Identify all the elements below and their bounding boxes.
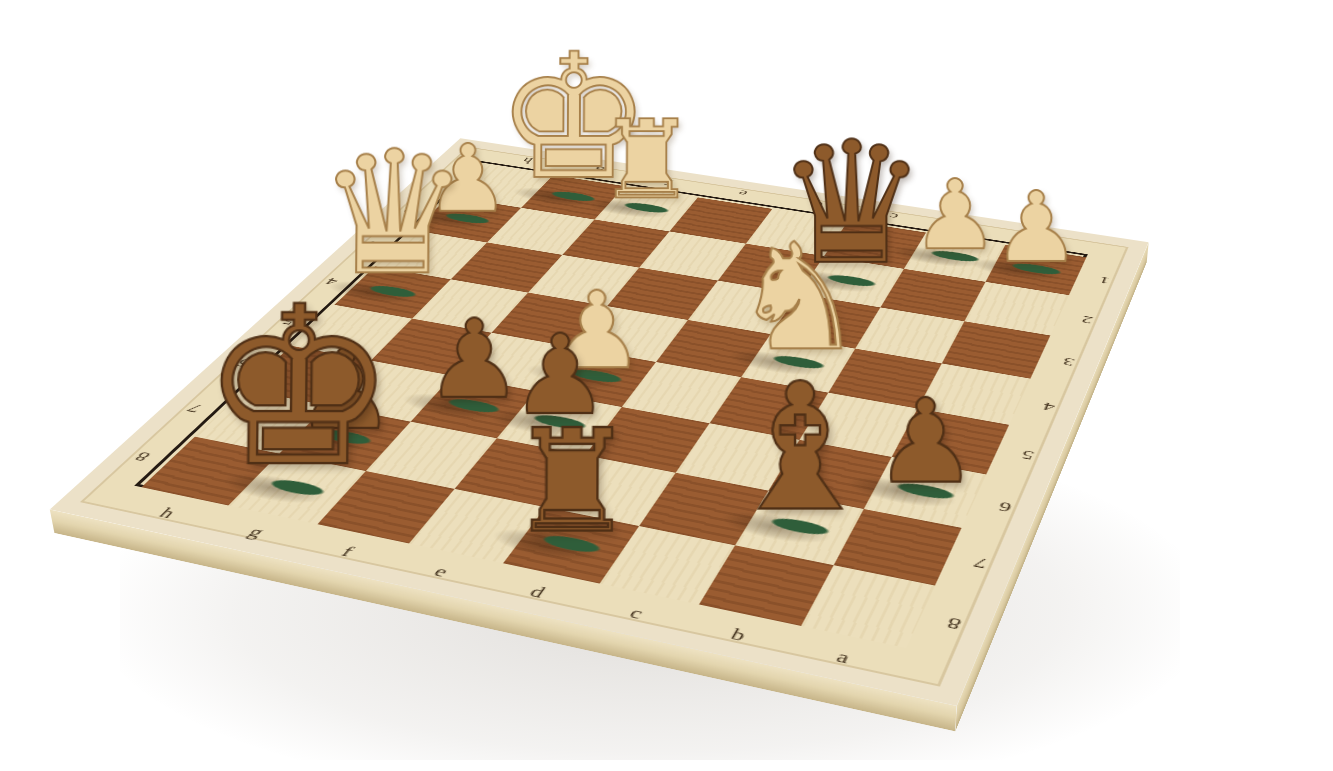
king-icon: ♚ bbox=[199, 281, 398, 496]
chessboard-photo: hhggffeeddccbbaa1122334455667788 ♟♟♜♚♟♛♞… bbox=[0, 0, 1333, 771]
pawn-icon: ♟ bbox=[425, 307, 523, 414]
rook-icon: ♜ bbox=[508, 413, 636, 552]
pawn-icon: ♟ bbox=[874, 385, 978, 499]
bishop-icon: ♝ bbox=[721, 362, 879, 534]
perspective-scene: hhggffeeddccbbaa1122334455667788 ♟♟♜♚♟♛♞… bbox=[322, 28, 990, 696]
